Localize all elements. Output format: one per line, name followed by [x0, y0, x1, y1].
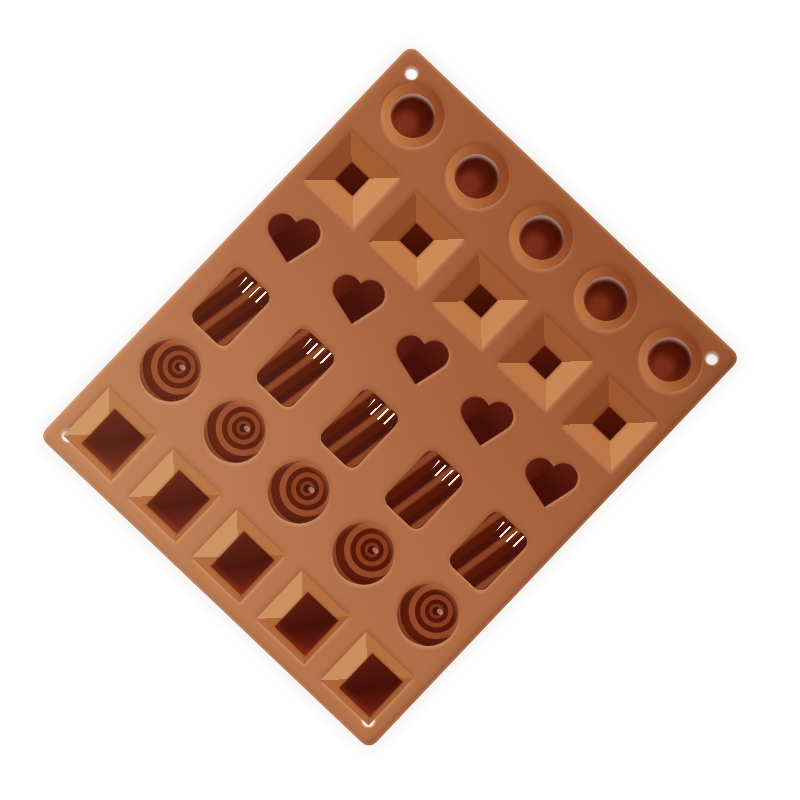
- striped-pillow-cavity: [446, 508, 530, 593]
- striped-pillow-cavity: [382, 447, 466, 532]
- cavity-bottom: [528, 345, 562, 379]
- cavity-depression: [381, 84, 444, 147]
- cavity-bottom: [400, 223, 434, 257]
- heart-cavity-shape: [386, 333, 454, 396]
- cavity-bottom: [82, 409, 145, 473]
- heart-cavity-shape: [451, 394, 519, 457]
- drape-folds: [189, 264, 273, 349]
- cavity-bottom: [335, 162, 369, 196]
- striped-pillow-cavity: [189, 264, 273, 349]
- cavity-depression: [638, 328, 701, 391]
- drape-folds: [382, 447, 466, 532]
- cavity-bottom: [339, 653, 402, 717]
- cavity-bottom: [464, 284, 498, 318]
- heart-cavity-shape: [515, 455, 583, 518]
- cavity-depression: [574, 267, 637, 330]
- drape-folds: [318, 386, 402, 471]
- drape-folds: [446, 508, 530, 593]
- cavity-bottom: [275, 592, 338, 656]
- heart-cavity: [451, 394, 519, 457]
- striped-pillow-cavity: [318, 386, 402, 471]
- cavity-bottom: [211, 531, 274, 595]
- chocolate-mold-tray: [39, 45, 741, 750]
- heart-cavity: [258, 211, 326, 274]
- cavity-bottom: [146, 470, 209, 534]
- drape-folds: [253, 325, 337, 410]
- cavity-bottom: [592, 406, 626, 440]
- heart-cavity: [386, 333, 454, 396]
- heart-cavity-shape: [322, 272, 390, 335]
- cavity-grid: [48, 53, 733, 741]
- photo-stage: [0, 0, 800, 800]
- heart-cavity-shape: [258, 211, 326, 274]
- cavity-depression: [510, 206, 573, 269]
- striped-pillow-cavity: [253, 325, 337, 410]
- heart-cavity: [515, 455, 583, 518]
- cavity-depression: [445, 145, 508, 208]
- heart-cavity: [322, 272, 390, 335]
